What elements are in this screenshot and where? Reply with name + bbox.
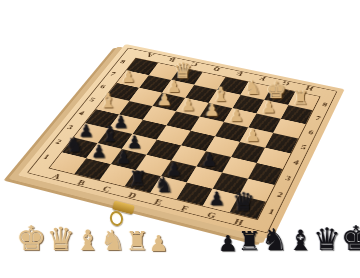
rank-label-right-5: 5 — [295, 142, 313, 153]
chess-set-photo: ♛♞♚♜♟♟♝♟♟♟♟♟♝♟♟♟♝♟♟♞♟♟♟♜♞♟♛ AABBCCDDEEFF… — [0, 0, 360, 278]
white-pawn-d6: ♟ — [181, 97, 196, 114]
tray-dark-pieces: ♟♜♞♝♛♚ — [218, 223, 352, 254]
rank-label-right-3: 3 — [279, 172, 298, 184]
tray-light-pawn: ♟ — [149, 234, 169, 254]
tray-dark-bishop: ♝ — [288, 228, 313, 254]
tray-light-pieces: ♚♛♝♞♜♟ — [16, 223, 142, 254]
white-pawn-g5: ♟ — [245, 127, 261, 144]
tray-dark-rook: ♜ — [238, 230, 261, 254]
rank-label-right-4: 4 — [287, 157, 305, 169]
rank-label-right-8: 8 — [316, 100, 333, 110]
black-pawn-a3: ♟ — [78, 123, 93, 140]
tray-light-king: ♚ — [16, 223, 46, 254]
rank-label-right-6: 6 — [302, 127, 319, 138]
tray-light-queen: ♛ — [46, 225, 75, 254]
white-pawn-f6: ♟ — [229, 107, 244, 124]
tray-dark-queen: ♛ — [313, 225, 341, 254]
black-pawn-e2: ♟ — [166, 161, 182, 179]
chess-board: ♛♞♚♜♟♟♝♟♟♟♟♟♝♟♟♟♝♟♟♞♟♟♟♜♞♟♛ AABBCCDDEEFF… — [18, 44, 345, 239]
white-pawn-e6: ♟ — [205, 102, 220, 119]
rank-label-right-2: 2 — [270, 189, 289, 201]
white-pawn-g7: ♟ — [261, 99, 276, 116]
board-tilt-wrapper: ♛♞♚♜♟♟♝♟♟♟♟♟♝♟♟♟♝♟♟♞♟♟♟♜♞♟♛ AABBCCDDEEFF… — [18, 44, 345, 239]
square-g6 — [248, 113, 280, 133]
black-pawn-c2: ♟ — [116, 149, 132, 167]
black-pawn-g1: ♟ — [208, 190, 225, 209]
tray-dark-pawn: ♟ — [218, 234, 238, 254]
rank-label-right-1: 1 — [262, 206, 281, 219]
tray-light-knight: ♞ — [100, 228, 125, 254]
black-rook-d1: ♜ — [129, 169, 147, 189]
white-pawn-a7: ♟ — [121, 69, 135, 85]
square-a3: ♟ — [74, 123, 109, 143]
tray-dark-knight: ♞ — [261, 226, 288, 254]
tray-light-bishop: ♝ — [75, 228, 100, 254]
rank-label-left-7: 7 — [104, 70, 121, 79]
tray-dark-king: ♚ — [341, 223, 360, 254]
tray-light-rook: ♜ — [125, 230, 148, 254]
rank-label-right-7: 7 — [309, 113, 326, 123]
black-pawn-f3: ♟ — [202, 151, 218, 169]
